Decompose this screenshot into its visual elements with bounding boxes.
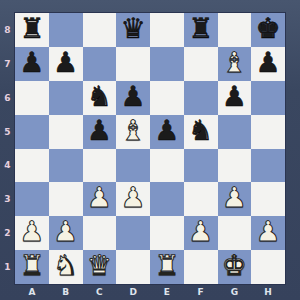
square-f1[interactable] [184,250,218,284]
square-d4[interactable] [116,149,150,183]
square-c5[interactable]: ♟ [83,115,117,149]
square-h8[interactable]: ♚ [251,13,285,47]
square-a6[interactable] [15,81,49,115]
rank-labels: 87654321 [0,13,15,284]
square-d8[interactable]: ♛ [116,13,150,47]
square-b8[interactable] [49,13,83,47]
square-d7[interactable] [116,47,150,81]
file-label-e: E [150,284,184,300]
square-g1[interactable]: ♚ [218,250,252,284]
white-king-piece[interactable]: ♚ [222,252,247,280]
square-g7[interactable]: ♝ [218,47,252,81]
square-c3[interactable]: ♟ [83,182,117,216]
square-c7[interactable] [83,47,117,81]
black-pawn-piece[interactable]: ♟ [222,83,247,111]
square-c8[interactable] [83,13,117,47]
black-pawn-piece[interactable]: ♟ [256,49,281,77]
square-g4[interactable] [218,149,252,183]
black-king-piece[interactable]: ♚ [256,15,281,43]
board-frame: 87654321 ♜♛♜♚♟♟♝♟♞♟♟♟♝♟♞♟♟♟♟♟♟♟♜♞♛♜♚ ABC… [0,0,300,300]
square-a8[interactable]: ♜ [15,13,49,47]
square-a7[interactable]: ♟ [15,47,49,81]
black-rook-piece[interactable]: ♜ [19,15,44,43]
square-d5[interactable]: ♝ [116,115,150,149]
square-d3[interactable]: ♟ [116,182,150,216]
square-c6[interactable]: ♞ [83,81,117,115]
square-e2[interactable] [150,216,184,250]
file-label-b: B [49,284,83,300]
rank-label-3: 3 [0,182,15,216]
square-h5[interactable] [251,115,285,149]
square-a2[interactable]: ♟ [15,216,49,250]
file-label-d: D [116,284,150,300]
white-knight-piece[interactable]: ♞ [53,252,78,280]
square-c2[interactable] [83,216,117,250]
square-b4[interactable] [49,149,83,183]
black-knight-piece[interactable]: ♞ [188,117,213,145]
square-g5[interactable] [218,115,252,149]
square-h2[interactable]: ♟ [251,216,285,250]
square-g2[interactable] [218,216,252,250]
white-pawn-piece[interactable]: ♟ [222,184,247,212]
square-h4[interactable] [251,149,285,183]
file-label-c: C [83,284,117,300]
rank-label-1: 1 [0,250,15,284]
black-pawn-piece[interactable]: ♟ [121,83,146,111]
rank-label-7: 7 [0,47,15,81]
file-labels: ABCDEFGH [15,284,285,300]
square-a3[interactable] [15,182,49,216]
square-h7[interactable]: ♟ [251,47,285,81]
rank-label-6: 6 [0,81,15,115]
file-label-a: A [15,284,49,300]
square-h6[interactable] [251,81,285,115]
square-a1[interactable]: ♜ [15,250,49,284]
white-pawn-piece[interactable]: ♟ [19,218,44,246]
square-b3[interactable] [49,182,83,216]
square-e1[interactable]: ♜ [150,250,184,284]
square-d1[interactable] [116,250,150,284]
rank-label-4: 4 [0,149,15,183]
black-knight-piece[interactable]: ♞ [87,83,112,111]
file-label-g: G [218,284,252,300]
square-f2[interactable]: ♟ [184,216,218,250]
square-g8[interactable] [218,13,252,47]
square-d2[interactable] [116,216,150,250]
square-f7[interactable] [184,47,218,81]
black-rook-piece[interactable]: ♜ [188,15,213,43]
square-e8[interactable] [150,13,184,47]
square-h1[interactable] [251,250,285,284]
square-b2[interactable]: ♟ [49,216,83,250]
black-pawn-piece[interactable]: ♟ [19,49,44,77]
white-queen-piece[interactable]: ♛ [87,252,112,280]
square-f5[interactable]: ♞ [184,115,218,149]
white-pawn-piece[interactable]: ♟ [87,184,112,212]
white-pawn-piece[interactable]: ♟ [121,184,146,212]
rank-label-5: 5 [0,115,15,149]
square-g3[interactable]: ♟ [218,182,252,216]
black-pawn-piece[interactable]: ♟ [87,117,112,145]
square-e3[interactable] [150,182,184,216]
white-bishop-piece[interactable]: ♝ [222,49,247,77]
square-b5[interactable] [49,115,83,149]
file-label-f: F [184,284,218,300]
square-e7[interactable] [150,47,184,81]
square-f8[interactable]: ♜ [184,13,218,47]
white-pawn-piece[interactable]: ♟ [188,218,213,246]
square-b1[interactable]: ♞ [49,250,83,284]
square-b7[interactable]: ♟ [49,47,83,81]
square-d6[interactable]: ♟ [116,81,150,115]
square-e5[interactable]: ♟ [150,115,184,149]
square-f3[interactable] [184,182,218,216]
square-e4[interactable] [150,149,184,183]
chess-board[interactable]: ♜♛♜♚♟♟♝♟♞♟♟♟♝♟♞♟♟♟♟♟♟♟♜♞♛♜♚ [15,13,285,284]
square-h3[interactable] [251,182,285,216]
black-pawn-piece[interactable]: ♟ [154,117,179,145]
white-pawn-piece[interactable]: ♟ [53,218,78,246]
white-rook-piece[interactable]: ♜ [19,252,44,280]
black-pawn-piece[interactable]: ♟ [53,49,78,77]
black-queen-piece[interactable]: ♛ [121,15,146,43]
square-a4[interactable] [15,149,49,183]
square-a5[interactable] [15,115,49,149]
rank-label-8: 8 [0,13,15,47]
white-bishop-piece[interactable]: ♝ [121,117,146,145]
square-e6[interactable] [150,81,184,115]
file-label-h: H [251,284,285,300]
square-c4[interactable] [83,149,117,183]
square-c1[interactable]: ♛ [83,250,117,284]
square-b6[interactable] [49,81,83,115]
square-f6[interactable] [184,81,218,115]
white-pawn-piece[interactable]: ♟ [256,218,281,246]
square-g6[interactable]: ♟ [218,81,252,115]
rank-label-2: 2 [0,216,15,250]
white-rook-piece[interactable]: ♜ [154,252,179,280]
square-f4[interactable] [184,149,218,183]
